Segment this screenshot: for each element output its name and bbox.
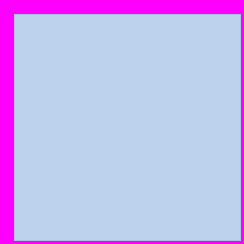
row-labels — [0, 14, 14, 241]
sudoku-app — [0, 0, 244, 244]
column-labels — [14, 0, 241, 14]
board — [14, 14, 241, 241]
